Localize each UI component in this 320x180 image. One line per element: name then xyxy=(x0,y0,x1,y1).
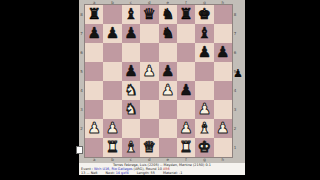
move-line: 13 ... Ne8 Next: 14 gxf4 Length: 55 Mate… xyxy=(79,171,245,175)
piece-black-pawn: ♟ xyxy=(124,64,137,79)
file-label-a: a xyxy=(85,157,103,162)
square-e6 xyxy=(159,43,177,62)
rank-label-7: 7 xyxy=(233,31,238,36)
square-b8 xyxy=(103,5,121,24)
square-a7: ♟ xyxy=(85,24,103,43)
square-c2 xyxy=(122,119,140,138)
square-h5 xyxy=(214,62,232,81)
piece-black-pawn: ♟ xyxy=(124,26,137,41)
piece-white-rook: ♜ xyxy=(179,140,192,155)
length-label: Length: xyxy=(137,171,150,175)
piece-white-bishop: ♝ xyxy=(124,140,137,155)
square-d2 xyxy=(140,119,158,138)
square-c5: ♟ xyxy=(122,62,140,81)
piece-black-rook: ♜ xyxy=(87,7,100,22)
square-a4 xyxy=(85,81,103,100)
square-a6 xyxy=(85,43,103,62)
file-label-d: d xyxy=(140,157,158,162)
square-b2: ♟ xyxy=(103,119,121,138)
captured-black-pawn-icon: ♟ xyxy=(233,68,243,79)
piece-black-rook: ♜ xyxy=(179,7,192,22)
square-f1: ♜ xyxy=(177,138,195,157)
piece-white-king: ♚ xyxy=(198,140,211,155)
piece-white-rook: ♜ xyxy=(106,140,119,155)
piece-black-queen: ♛ xyxy=(143,7,156,22)
square-a3 xyxy=(85,100,103,119)
rank-label-8: 8 xyxy=(79,12,84,17)
square-h7 xyxy=(214,24,232,43)
rank-label-7: 7 xyxy=(79,31,84,36)
side-to-move-indicator xyxy=(76,146,83,154)
square-a8: ♜ xyxy=(85,5,103,24)
square-f5 xyxy=(177,62,195,81)
square-g6: ♟ xyxy=(195,43,213,62)
chess-board: ♜♝♛♞♜♚♟♟♟♞♝♟♟♟♟♟♞♟♟♞♟♟♟♟♝♟♜♝♛♜♚ xyxy=(85,5,232,157)
piece-black-pawn: ♟ xyxy=(87,26,100,41)
square-e5: ♟ xyxy=(159,62,177,81)
square-c1: ♝ xyxy=(122,138,140,157)
file-label-e: e xyxy=(159,157,177,162)
piece-black-pawn: ♟ xyxy=(216,45,229,60)
rank-labels-left: 87654321 xyxy=(79,5,84,157)
square-d6 xyxy=(140,43,158,62)
piece-white-pawn: ♟ xyxy=(87,121,100,136)
square-c8: ♝ xyxy=(122,5,140,24)
square-f6 xyxy=(177,43,195,62)
piece-black-pawn: ♟ xyxy=(198,45,211,60)
piece-white-pawn: ♟ xyxy=(216,121,229,136)
next-move-link[interactable]: 14 gxf4 xyxy=(116,171,129,175)
square-h6: ♟ xyxy=(214,43,232,62)
square-g3: ♟ xyxy=(195,100,213,119)
square-e1 xyxy=(159,138,177,157)
square-f7 xyxy=(177,24,195,43)
square-h1 xyxy=(214,138,232,157)
piece-black-knight: ♞ xyxy=(161,26,174,41)
piece-black-pawn: ♟ xyxy=(179,83,192,98)
square-e7: ♞ xyxy=(159,24,177,43)
file-label-c: c xyxy=(122,157,140,162)
square-g5 xyxy=(195,62,213,81)
piece-white-pawn: ♟ xyxy=(198,102,211,117)
square-f4: ♟ xyxy=(177,81,195,100)
square-h3 xyxy=(214,100,232,119)
square-f2: ♟ xyxy=(177,119,195,138)
rank-label-3: 3 xyxy=(79,107,84,112)
piece-white-pawn: ♟ xyxy=(143,64,156,79)
square-f8: ♜ xyxy=(177,5,195,24)
square-e3 xyxy=(159,100,177,119)
square-g1: ♚ xyxy=(195,138,213,157)
game-info-bar: Torres Fabrega, Luis (2205) -- Mayden, M… xyxy=(79,163,245,175)
square-b7: ♟ xyxy=(103,24,121,43)
piece-white-bishop: ♝ xyxy=(198,121,211,136)
rank-label-3: 3 xyxy=(233,107,238,112)
rank-label-4: 4 xyxy=(79,88,84,93)
square-h4 xyxy=(214,81,232,100)
square-c4: ♞ xyxy=(122,81,140,100)
square-a2: ♟ xyxy=(85,119,103,138)
rank-label-2: 2 xyxy=(233,126,238,131)
square-d8: ♛ xyxy=(140,5,158,24)
piece-black-pawn: ♟ xyxy=(106,26,119,41)
file-label-b: b xyxy=(103,157,121,162)
rank-label-6: 6 xyxy=(233,50,238,55)
square-h2: ♟ xyxy=(214,119,232,138)
square-e2 xyxy=(159,119,177,138)
square-d3 xyxy=(140,100,158,119)
rank-label-2: 2 xyxy=(79,126,84,131)
piece-black-bishop: ♝ xyxy=(198,26,211,41)
piece-white-pawn: ♟ xyxy=(106,121,119,136)
material-value: -1 xyxy=(179,171,182,175)
square-d5: ♟ xyxy=(140,62,158,81)
square-d1: ♛ xyxy=(140,138,158,157)
piece-white-queen: ♛ xyxy=(143,140,156,155)
rank-label-6: 6 xyxy=(79,50,84,55)
rank-label-1: 1 xyxy=(233,145,238,150)
move-played: 13 ... Ne8 xyxy=(81,171,97,175)
square-b6 xyxy=(103,43,121,62)
square-b5 xyxy=(103,62,121,81)
length-value: 55 xyxy=(151,171,155,175)
rank-label-4: 4 xyxy=(233,88,238,93)
piece-black-pawn: ♟ xyxy=(161,64,174,79)
square-b1: ♜ xyxy=(103,138,121,157)
square-g2: ♝ xyxy=(195,119,213,138)
piece-black-knight: ♞ xyxy=(161,7,174,22)
square-h8 xyxy=(214,5,232,24)
piece-black-king: ♚ xyxy=(198,7,211,22)
square-c7: ♟ xyxy=(122,24,140,43)
square-g4 xyxy=(195,81,213,100)
material-label: Material: xyxy=(163,171,178,175)
file-label-f: f xyxy=(177,157,195,162)
rank-label-5: 5 xyxy=(79,69,84,74)
square-e8: ♞ xyxy=(159,5,177,24)
file-labels-bottom: abcdefgh xyxy=(85,157,232,162)
square-a1 xyxy=(85,138,103,157)
file-label-h: h xyxy=(214,157,232,162)
square-a5 xyxy=(85,62,103,81)
square-g8: ♚ xyxy=(195,5,213,24)
piece-white-knight: ♞ xyxy=(124,102,137,117)
next-label: Next: xyxy=(106,171,115,175)
file-label-g: g xyxy=(195,157,213,162)
square-c3: ♞ xyxy=(122,100,140,119)
piece-white-knight: ♞ xyxy=(124,83,137,98)
square-b4 xyxy=(103,81,121,100)
rank-labels-right: 87654321 xyxy=(233,5,238,157)
square-b3 xyxy=(103,100,121,119)
square-e4: ♟ xyxy=(159,81,177,100)
piece-white-pawn: ♟ xyxy=(179,121,192,136)
square-d7 xyxy=(140,24,158,43)
square-c6 xyxy=(122,43,140,62)
square-f3 xyxy=(177,100,195,119)
piece-black-bishop: ♝ xyxy=(124,7,137,22)
square-d4 xyxy=(140,81,158,100)
piece-white-pawn: ♟ xyxy=(161,83,174,98)
rank-label-8: 8 xyxy=(233,12,238,17)
square-g7: ♝ xyxy=(195,24,213,43)
